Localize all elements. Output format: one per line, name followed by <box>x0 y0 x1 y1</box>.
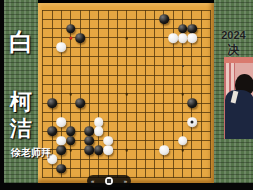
black-stone <box>159 15 169 25</box>
black-stone <box>85 136 95 146</box>
black-stone <box>85 145 95 155</box>
black-stone <box>75 33 85 43</box>
last-move-marker <box>190 120 193 123</box>
star-point <box>181 149 184 152</box>
black-stone <box>75 99 85 109</box>
grid-line-vertical <box>154 10 155 179</box>
grid-line-vertical <box>201 10 202 179</box>
grid-line-horizontal <box>42 121 211 122</box>
white-stone <box>159 145 169 155</box>
event-year: 2024 <box>214 29 253 41</box>
white-stone <box>103 145 113 155</box>
white-stone <box>57 43 67 53</box>
commentator-photo <box>224 57 253 139</box>
star-point <box>125 93 128 96</box>
black-stone <box>178 24 188 34</box>
grid-line-vertical <box>136 10 137 179</box>
grid-line-vertical <box>210 10 211 179</box>
star-point <box>125 149 128 152</box>
grid-line-vertical <box>145 10 146 179</box>
white-stone <box>178 136 188 146</box>
video-frame: 白 柯洁 2024 决 徐老师拜 « » <box>0 0 253 190</box>
commentator-suit <box>225 90 253 139</box>
mini-player-controls: « » <box>87 175 131 187</box>
black-stone <box>85 126 95 136</box>
black-stone <box>47 126 57 136</box>
play-pause-button[interactable] <box>105 177 113 185</box>
black-stone <box>187 24 197 34</box>
black-stone <box>66 136 76 146</box>
white-stone <box>94 117 104 127</box>
black-stone <box>47 99 57 109</box>
photo-caption: 徐老师拜 <box>11 146 71 160</box>
player-name: 柯洁 <box>10 88 32 142</box>
black-stone <box>187 99 197 109</box>
white-stone <box>103 136 113 146</box>
white-stone <box>57 136 67 146</box>
photo-decor-band <box>224 57 253 63</box>
white-stone <box>57 117 67 127</box>
grid-line-horizontal <box>42 112 211 113</box>
star-point <box>125 37 128 40</box>
white-stone <box>178 33 188 43</box>
black-stone <box>57 164 67 174</box>
player-color-label: 白 <box>4 26 38 58</box>
small-point-marker <box>182 65 184 67</box>
white-stone <box>187 33 197 43</box>
black-stone <box>66 24 76 34</box>
forward-icon[interactable]: » <box>124 178 127 184</box>
star-point <box>69 93 72 96</box>
white-stone <box>94 126 104 136</box>
white-stone <box>187 117 197 127</box>
star-point <box>181 93 184 96</box>
grid-line-horizontal <box>42 103 211 104</box>
grid-line-horizontal <box>42 168 211 169</box>
black-stone <box>66 126 76 136</box>
white-stone <box>169 33 179 43</box>
black-stone <box>94 145 104 155</box>
rewind-icon[interactable]: « <box>91 178 94 184</box>
